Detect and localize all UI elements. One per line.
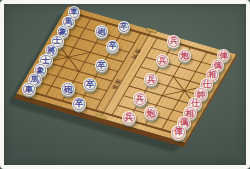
piece-glyph: 兵	[158, 54, 166, 65]
piece-glyph: 卒	[75, 98, 83, 109]
piece-glyph: 卒	[86, 78, 94, 89]
piece-black-soldier[interactable]: 卒	[83, 78, 97, 92]
piece-red-chariot[interactable]: 俥	[171, 125, 185, 139]
piece-red-soldier[interactable]: 兵	[156, 54, 169, 67]
piece-glyph: 車	[25, 83, 33, 94]
pieces-layer: 車馬象士將士象馬車砲砲卒卒卒卒卒兵兵兵兵兵炮炮俥傌相仕帥仕相傌俥	[0, 0, 250, 169]
piece-glyph: 兵	[170, 36, 178, 46]
piece-red-cannon[interactable]: 炮	[178, 49, 191, 62]
piece-glyph: 砲	[98, 26, 106, 36]
piece-red-cannon[interactable]: 炮	[144, 106, 158, 120]
piece-red-soldier[interactable]: 兵	[122, 111, 136, 125]
piece-red-soldier[interactable]: 兵	[144, 73, 157, 86]
piece-glyph: 炮	[147, 107, 155, 118]
piece-black-soldier[interactable]: 卒	[118, 21, 131, 34]
piece-black-soldier[interactable]: 卒	[106, 40, 119, 53]
piece-black-chariot[interactable]: 車	[22, 82, 36, 96]
piece-glyph: 炮	[181, 50, 189, 61]
piece-black-soldier[interactable]: 卒	[72, 97, 86, 111]
piece-red-soldier[interactable]: 兵	[133, 92, 147, 106]
piece-black-cannon[interactable]: 砲	[95, 25, 108, 38]
piece-black-soldier[interactable]: 卒	[95, 59, 108, 72]
piece-glyph: 兵	[147, 74, 155, 85]
piece-glyph: 砲	[64, 83, 72, 94]
piece-glyph: 兵	[136, 93, 144, 104]
piece-glyph: 俥	[174, 126, 183, 138]
photo: 楚河 漢界 車馬象士將士象馬車砲砲卒卒卒卒卒兵兵兵兵兵炮炮俥傌相仕帥仕相傌俥	[0, 0, 250, 169]
piece-glyph: 卒	[109, 41, 117, 51]
piece-glyph: 卒	[120, 21, 128, 31]
piece-black-cannon[interactable]: 砲	[61, 82, 75, 96]
piece-red-soldier[interactable]: 兵	[167, 35, 180, 48]
piece-glyph: 兵	[125, 112, 133, 124]
piece-glyph: 車	[70, 7, 77, 17]
piece-glyph: 卒	[97, 59, 105, 70]
